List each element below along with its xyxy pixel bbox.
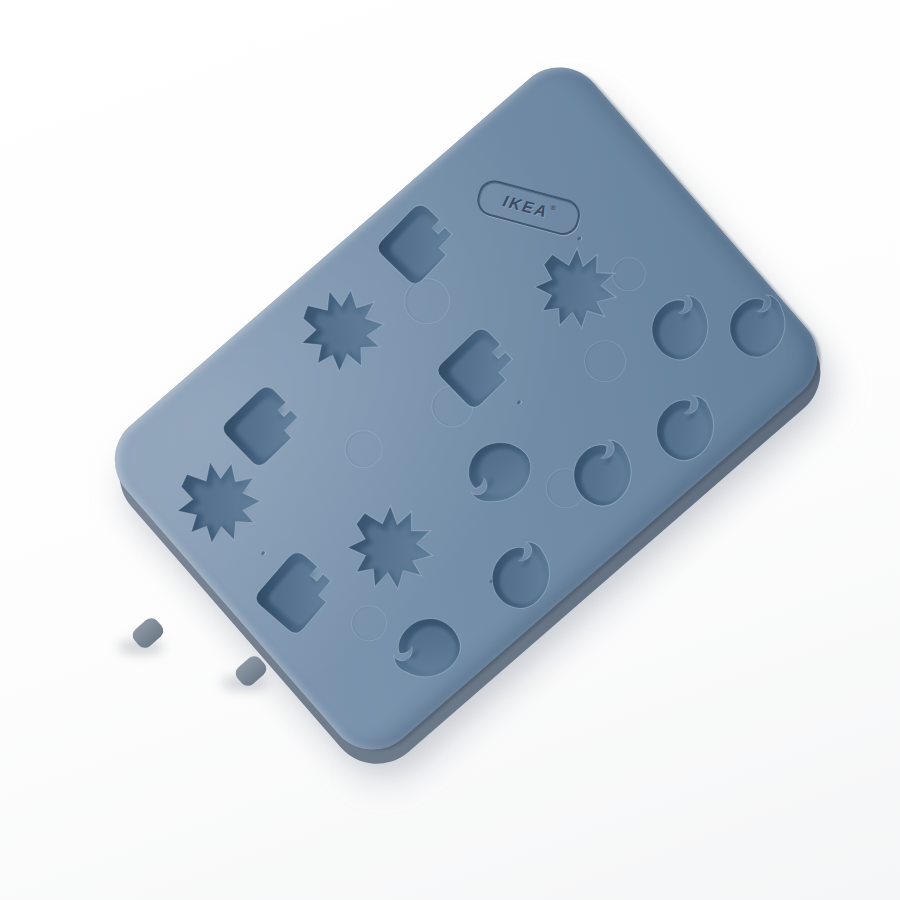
- mold-ring-mark: [575, 332, 634, 391]
- mold-ring-mark: [337, 422, 391, 476]
- cavity-whale: [443, 417, 551, 517]
- ikea-logo: IKEA ®: [474, 177, 584, 239]
- registered-trademark-icon: ®: [550, 203, 557, 211]
- product-photo: IKEA ®: [0, 0, 900, 900]
- mold-speck-mark: [261, 551, 266, 556]
- cavity-leaf: [276, 264, 407, 395]
- ikea-logo-text: IKEA: [501, 193, 550, 220]
- cavity-layer: [96, 49, 564, 456]
- cavity-leaf: [511, 223, 639, 351]
- mold-speck-mark: [516, 400, 521, 405]
- cavity-whale: [695, 268, 811, 385]
- ice-cube-tray: IKEA ®: [96, 49, 836, 769]
- cavity-pig: [359, 176, 486, 303]
